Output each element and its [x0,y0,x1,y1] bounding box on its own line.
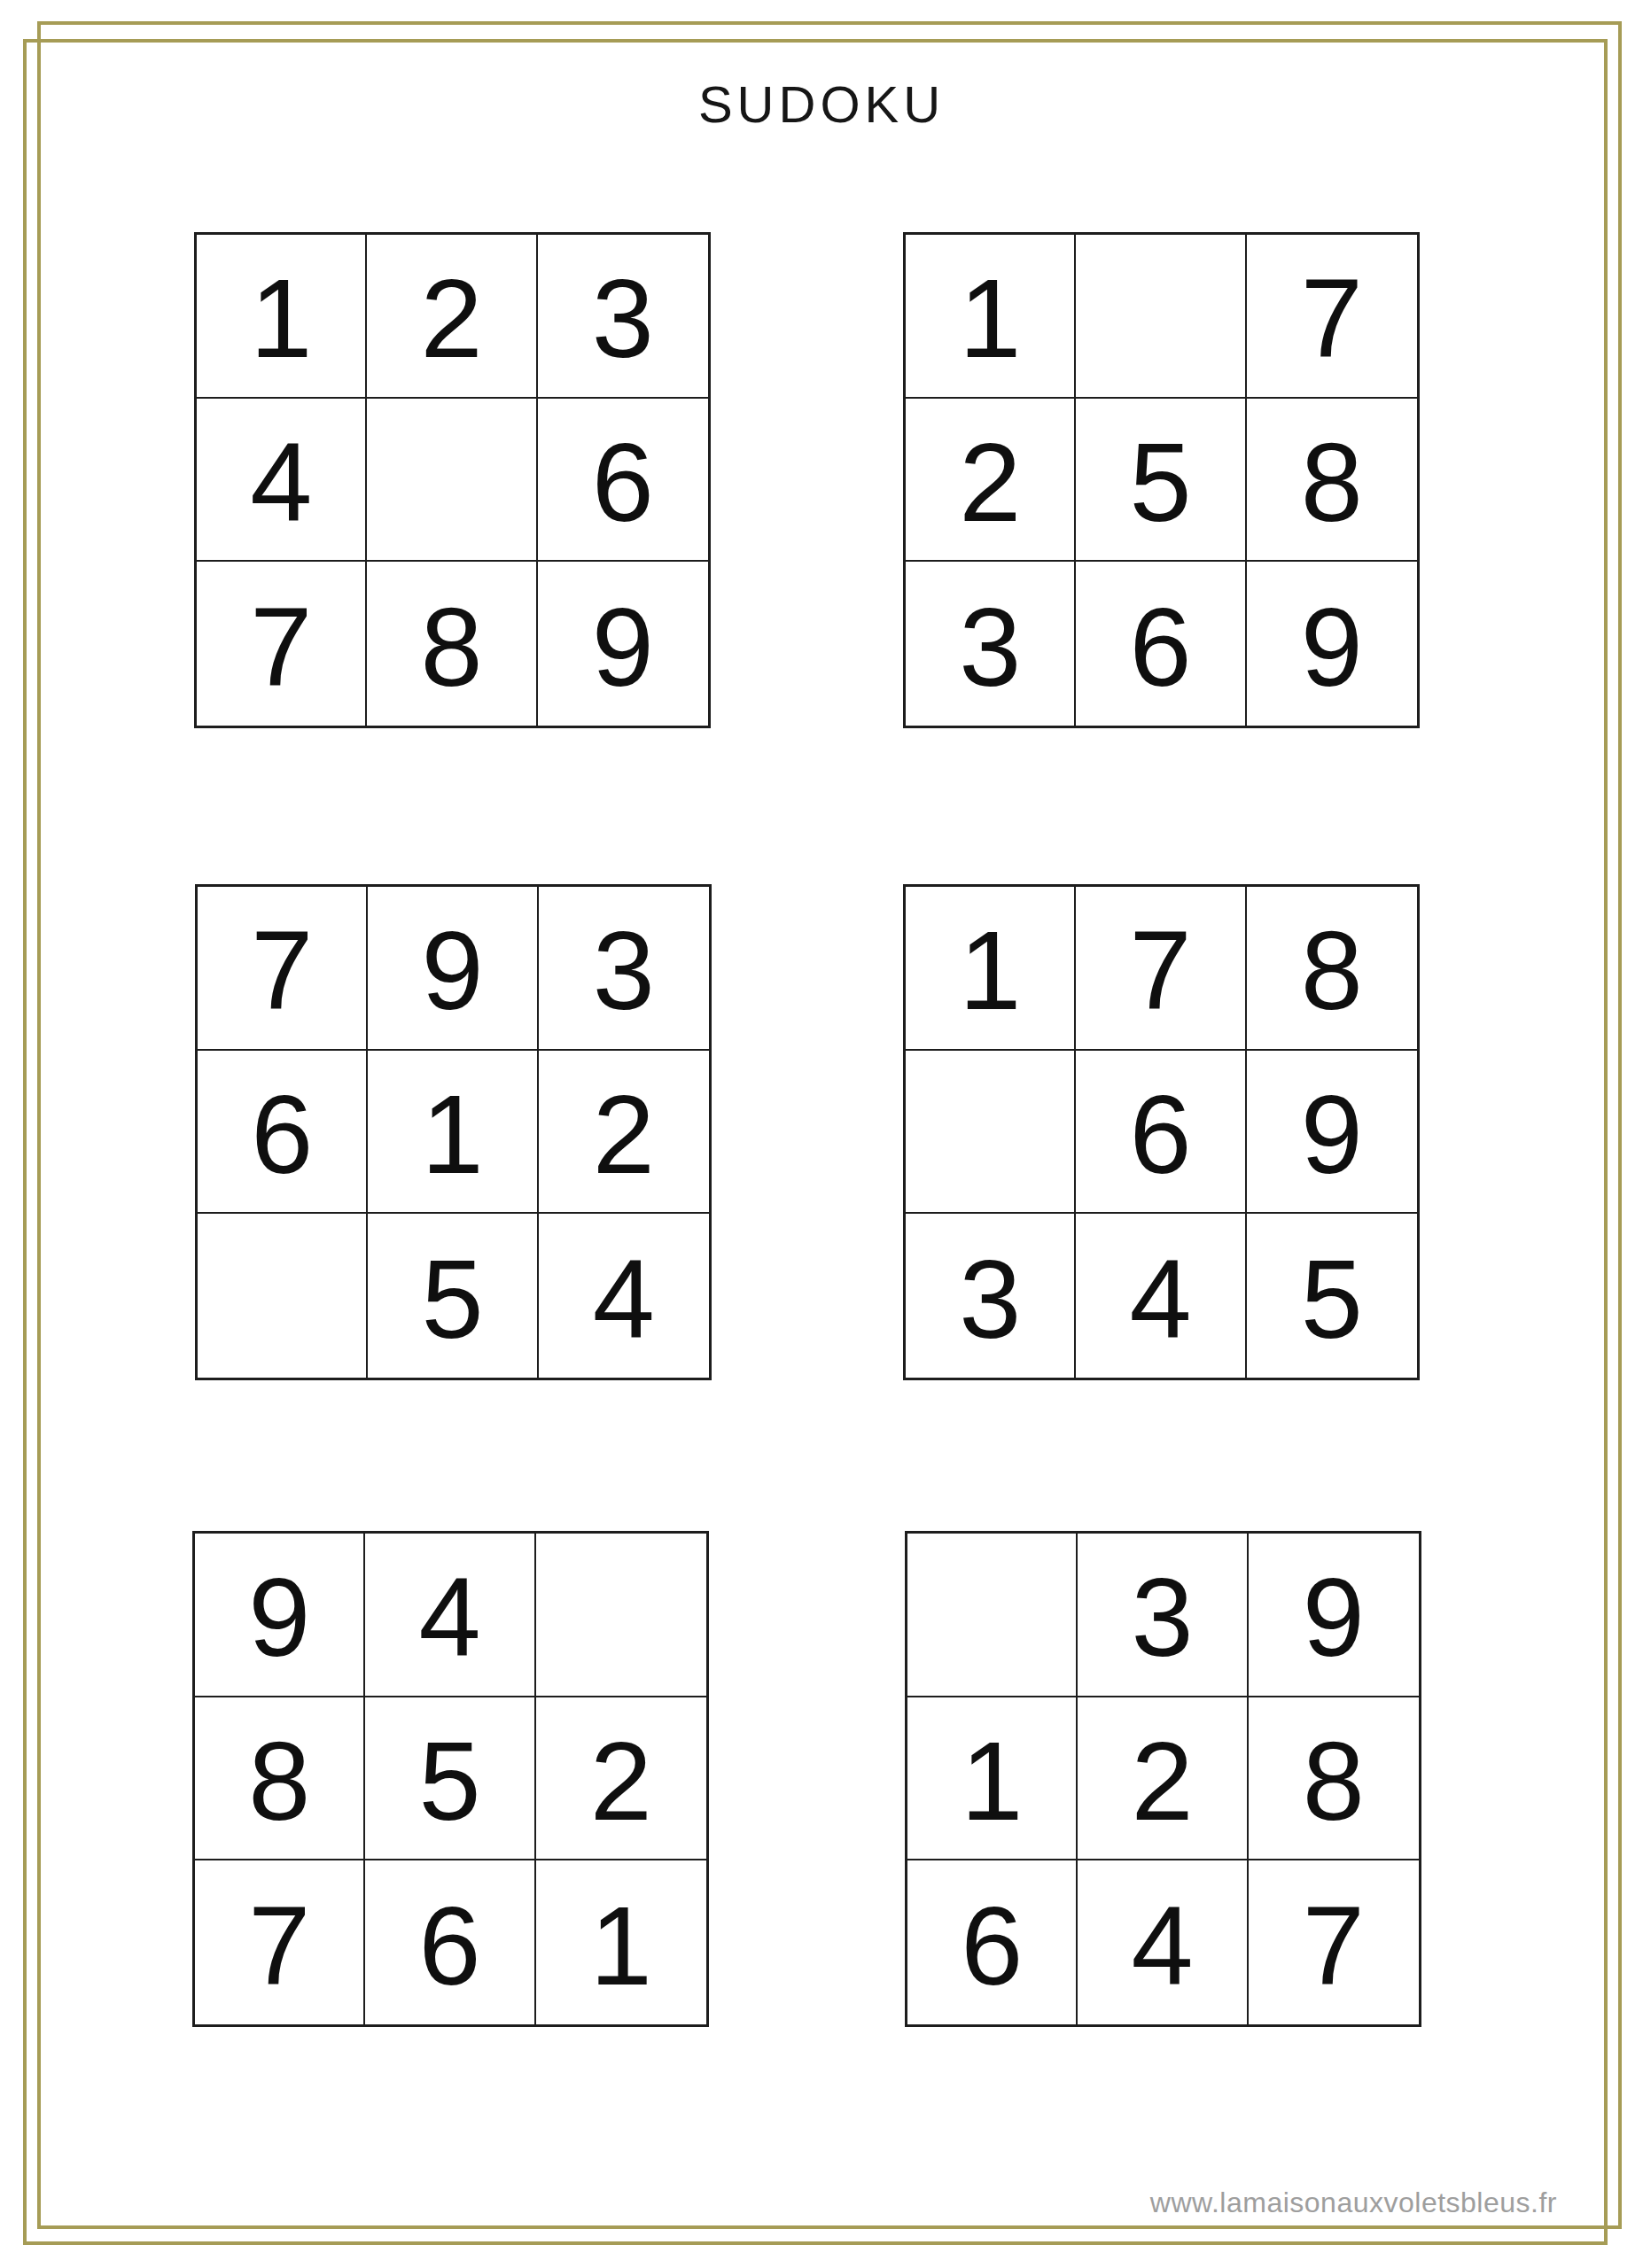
cell-r1c3: 3 [538,235,708,399]
cell-r2c1: 1 [907,1697,1078,1861]
cell-r1c3: 3 [539,887,709,1051]
cell-r2c1: 6 [198,1051,368,1215]
cell-r1c2: 4 [365,1534,535,1697]
cell-r2c3: 6 [538,399,708,563]
given-digit: 8 [248,1726,310,1837]
given-digit: 1 [959,915,1021,1027]
cell-r3c1: 7 [197,562,367,726]
given-digit: 6 [961,1891,1023,2002]
given-digit: 7 [1303,1891,1365,2002]
cell-r3c3: 4 [539,1214,709,1378]
given-digit: 9 [1301,1079,1363,1191]
cell-r2c2: 5 [1076,399,1246,563]
given-digit: 6 [1129,1079,1191,1191]
given-digit: 2 [590,1726,652,1837]
cell-r3c2: 4 [1076,1214,1246,1378]
given-digit: 1 [961,1726,1023,1837]
cell-r1c2: 9 [368,887,538,1051]
cell-r2c2: 1 [368,1051,538,1215]
given-digit: 4 [593,1244,655,1355]
sudoku-grid-1: 12346789 [194,232,711,728]
cell-r3c3: 7 [1249,1860,1419,2024]
given-digit: 2 [959,427,1021,539]
cell-r2c2: 2 [1078,1697,1248,1861]
given-digit: 9 [1303,1562,1365,1674]
cell-r3c2: 4 [1078,1860,1248,2024]
cell-r2c3: 8 [1247,399,1417,563]
given-digit: 7 [250,592,312,703]
cell-r1c1: 7 [198,887,368,1051]
cell-r3c2: 6 [1076,562,1246,726]
given-digit: 8 [1301,915,1363,1027]
given-digit: 4 [1131,1891,1193,2002]
cell-r2c1: 4 [197,399,367,563]
given-digit: 3 [592,263,654,375]
given-digit: 8 [420,592,482,703]
sudoku-grid-6: 39128647 [905,1531,1421,2027]
cell-r1c1: 1 [197,235,367,399]
cell-r2c1: 8 [195,1697,365,1861]
cell-r1c3-empty [536,1534,706,1697]
cell-r3c1: 3 [906,562,1076,726]
given-digit: 9 [592,592,654,703]
given-digit: 7 [1301,263,1363,375]
given-digit: 4 [1129,1244,1191,1355]
page-title: SUDOKU [0,74,1643,134]
given-digit: 1 [959,263,1021,375]
cell-r3c1: 7 [195,1860,365,2024]
cell-r1c1: 1 [906,887,1076,1051]
sudoku-grid-2: 17258369 [903,232,1420,728]
given-digit: 4 [418,1562,480,1674]
given-digit: 1 [421,1079,483,1191]
given-digit: 5 [418,1726,480,1837]
cell-r3c1-empty [198,1214,368,1378]
footer-url: www.lamaisonauxvoletsbleus.fr [1150,2186,1557,2219]
sudoku-grid-3: 79361254 [195,884,712,1380]
given-digit: 5 [1129,427,1191,539]
given-digit: 2 [593,1079,655,1191]
given-digit: 7 [1129,915,1191,1027]
given-digit: 8 [1301,427,1363,539]
given-digit: 5 [421,1244,483,1355]
given-digit: 3 [959,592,1021,703]
cell-r2c2: 5 [365,1697,535,1861]
cell-r1c3: 7 [1247,235,1417,399]
cell-r1c1: 9 [195,1534,365,1697]
cell-r3c3: 1 [536,1860,706,2024]
cell-r2c1: 2 [906,399,1076,563]
given-digit: 7 [251,915,313,1027]
given-digit: 9 [1301,592,1363,703]
cell-r3c1: 6 [907,1860,1078,2024]
given-digit: 6 [1129,592,1191,703]
given-digit: 2 [420,263,482,375]
sudoku-grid-5: 94852761 [192,1531,709,2027]
given-digit: 3 [959,1244,1021,1355]
cell-r3c3: 9 [538,562,708,726]
given-digit: 5 [1301,1244,1363,1355]
cell-r3c2: 8 [367,562,537,726]
cell-r2c3: 8 [1249,1697,1419,1861]
cell-r2c2-empty [367,399,537,563]
given-digit: 8 [1303,1726,1365,1837]
given-digit: 3 [593,915,655,1027]
cell-r1c1: 1 [906,235,1076,399]
cell-r2c1-empty [906,1051,1076,1215]
given-digit: 7 [248,1891,310,2002]
given-digit: 4 [250,427,312,539]
cell-r1c3: 9 [1249,1534,1419,1697]
cell-r2c3: 9 [1247,1051,1417,1215]
cell-r2c3: 2 [539,1051,709,1215]
given-digit: 1 [590,1891,652,2002]
sudoku-grid-4: 17869345 [903,884,1420,1380]
given-digit: 6 [418,1891,480,2002]
sudoku-worksheet-page: SUDOKU 12346789 17258369 79361254 178693… [0,0,1643,2268]
cell-r1c2-empty [1076,235,1246,399]
given-digit: 3 [1131,1562,1193,1674]
cell-r1c2: 3 [1078,1534,1248,1697]
cell-r3c2: 5 [368,1214,538,1378]
cell-r3c3: 5 [1247,1214,1417,1378]
given-digit: 6 [251,1079,313,1191]
given-digit: 9 [421,915,483,1027]
given-digit: 1 [250,263,312,375]
cell-r1c1-empty [907,1534,1078,1697]
cell-r3c1: 3 [906,1214,1076,1378]
given-digit: 2 [1131,1726,1193,1837]
given-digit: 9 [248,1562,310,1674]
cell-r2c3: 2 [536,1697,706,1861]
cell-r3c3: 9 [1247,562,1417,726]
cell-r2c2: 6 [1076,1051,1246,1215]
given-digit: 6 [592,427,654,539]
cell-r1c2: 7 [1076,887,1246,1051]
cell-r1c3: 8 [1247,887,1417,1051]
cell-r1c2: 2 [367,235,537,399]
cell-r3c2: 6 [365,1860,535,2024]
